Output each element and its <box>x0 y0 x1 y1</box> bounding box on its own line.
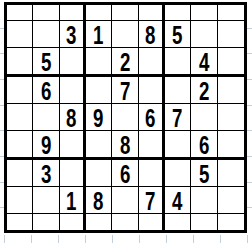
cell-r5c8[interactable] <box>191 104 217 131</box>
spreadsheet-gridline <box>247 156 252 157</box>
cell-r4c9[interactable] <box>218 77 244 104</box>
spreadsheet-gridline <box>247 79 252 80</box>
cell-r8c9[interactable] <box>218 187 244 214</box>
sudoku-screenshot: 318552467289679863651874 <box>0 0 252 243</box>
given-digit: 8 <box>120 132 130 158</box>
spreadsheet-gridline <box>247 105 252 106</box>
cell-r3c9[interactable] <box>218 48 244 77</box>
given-digit: 9 <box>93 105 103 131</box>
cell-r1c8[interactable] <box>191 5 217 21</box>
spreadsheet-gridline <box>247 28 252 29</box>
cell-r8c3[interactable]: 1 <box>60 187 86 214</box>
cell-r2c5[interactable] <box>112 21 138 48</box>
cell-r8c5[interactable] <box>112 187 138 214</box>
cell-r3c2[interactable]: 5 <box>33 48 59 77</box>
given-digit: 6 <box>145 105 155 131</box>
cell-r7c1[interactable] <box>7 160 33 187</box>
spreadsheet-gridline <box>193 235 194 243</box>
spreadsheet-gridline <box>0 53 4 54</box>
given-digit: 1 <box>66 188 76 214</box>
cell-r5c1[interactable] <box>7 104 33 131</box>
spreadsheet-gridline <box>4 235 5 243</box>
cell-r1c1[interactable] <box>7 5 33 21</box>
spreadsheet-gridline <box>247 207 252 208</box>
spreadsheet-gridline <box>0 105 4 106</box>
cell-r6c7[interactable] <box>165 131 191 160</box>
cell-r2c4[interactable]: 1 <box>86 21 112 48</box>
cell-r6c8[interactable]: 6 <box>191 131 217 160</box>
cell-r1c9[interactable] <box>218 5 244 21</box>
cell-r3c3[interactable] <box>60 48 86 77</box>
spreadsheet-gridline <box>247 53 252 54</box>
cell-r9c9[interactable] <box>218 214 244 230</box>
cell-r7c4[interactable] <box>86 160 112 187</box>
cell-r5c6[interactable]: 6 <box>139 104 165 131</box>
given-digit: 8 <box>145 22 155 48</box>
given-digit: 2 <box>199 78 209 104</box>
cell-r3c6[interactable] <box>139 48 165 77</box>
cell-r6c1[interactable] <box>7 131 33 160</box>
cell-r2c9[interactable] <box>218 21 244 48</box>
cell-r9c5[interactable] <box>112 214 138 230</box>
cell-r8c4[interactable]: 8 <box>86 187 112 214</box>
cell-r7c7[interactable] <box>165 160 191 187</box>
cell-r4c5[interactable]: 7 <box>112 77 138 104</box>
given-digit: 1 <box>93 22 103 48</box>
cell-r9c6[interactable] <box>139 214 165 230</box>
spreadsheet-gridline <box>247 235 248 243</box>
spreadsheet-gridline <box>0 28 4 29</box>
cell-r1c5[interactable] <box>112 5 138 21</box>
spreadsheet-gridline <box>112 235 113 243</box>
given-digit: 3 <box>41 161 51 187</box>
cell-r2c2[interactable] <box>33 21 59 48</box>
spreadsheet-gridline <box>0 182 4 183</box>
cell-r8c1[interactable] <box>7 187 33 214</box>
cell-r4c4[interactable] <box>86 77 112 104</box>
spreadsheet-gridline <box>247 182 252 183</box>
cell-r5c5[interactable] <box>112 104 138 131</box>
cell-r2c6[interactable]: 8 <box>139 21 165 48</box>
cell-r6c4[interactable] <box>86 131 112 160</box>
spreadsheet-gridline <box>85 235 86 243</box>
cell-r2c7[interactable]: 5 <box>165 21 191 48</box>
cell-r9c4[interactable] <box>86 214 112 230</box>
cell-r9c1[interactable] <box>7 214 33 230</box>
given-digit: 4 <box>172 188 182 214</box>
spreadsheet-gridline <box>166 235 167 243</box>
cell-r4c6[interactable] <box>139 77 165 104</box>
given-digit: 6 <box>199 132 209 158</box>
spreadsheet-gridline <box>247 130 252 131</box>
cell-r6c2[interactable]: 9 <box>33 131 59 160</box>
cell-r6c5[interactable]: 8 <box>112 131 138 160</box>
cell-r5c9[interactable] <box>218 104 244 131</box>
cell-r7c9[interactable] <box>218 160 244 187</box>
cell-r5c7[interactable]: 7 <box>165 104 191 131</box>
cell-r5c4[interactable]: 9 <box>86 104 112 131</box>
cell-r4c3[interactable] <box>60 77 86 104</box>
cell-r7c6[interactable] <box>139 160 165 187</box>
cell-r2c8[interactable] <box>191 21 217 48</box>
cell-r6c3[interactable] <box>60 131 86 160</box>
cell-r6c6[interactable] <box>139 131 165 160</box>
cell-r9c3[interactable] <box>60 214 86 230</box>
cell-r7c8[interactable]: 5 <box>191 160 217 187</box>
given-digit: 5 <box>199 161 209 187</box>
given-digit: 2 <box>120 49 130 75</box>
spreadsheet-gridline <box>0 130 4 131</box>
cell-r3c8[interactable]: 4 <box>191 48 217 77</box>
cell-r2c3[interactable]: 3 <box>60 21 86 48</box>
cell-r4c7[interactable] <box>165 77 191 104</box>
cell-r3c5[interactable]: 2 <box>112 48 138 77</box>
cell-r3c1[interactable] <box>7 48 33 77</box>
spreadsheet-gridline <box>220 235 221 243</box>
cell-r7c3[interactable] <box>60 160 86 187</box>
given-digit: 3 <box>66 22 76 48</box>
cell-r6c9[interactable] <box>218 131 244 160</box>
given-digit: 5 <box>172 22 182 48</box>
cell-r8c2[interactable] <box>33 187 59 214</box>
given-digit: 7 <box>145 188 155 214</box>
sudoku-board: 318552467289679863651874 <box>4 2 247 233</box>
given-digit: 7 <box>172 105 182 131</box>
cell-r8c8[interactable] <box>191 187 217 214</box>
spreadsheet-gridline <box>0 207 4 208</box>
spreadsheet-gridline <box>0 79 4 80</box>
cell-r5c3[interactable]: 8 <box>60 104 86 131</box>
cell-r3c7[interactable] <box>165 48 191 77</box>
cell-r4c8[interactable]: 2 <box>191 77 217 104</box>
cell-r1c2[interactable] <box>33 5 59 21</box>
cell-r3c4[interactable] <box>86 48 112 77</box>
cell-r5c2[interactable] <box>33 104 59 131</box>
cell-r9c8[interactable] <box>191 214 217 230</box>
spreadsheet-gridline <box>31 235 32 243</box>
cell-r9c7[interactable] <box>165 214 191 230</box>
given-digit: 6 <box>120 161 130 187</box>
cell-r9c2[interactable] <box>33 214 59 230</box>
given-digit: 4 <box>199 49 209 75</box>
cell-r8c6[interactable]: 7 <box>139 187 165 214</box>
spreadsheet-gridline <box>0 156 4 157</box>
cell-r7c5[interactable]: 6 <box>112 160 138 187</box>
spreadsheet-gridline <box>139 235 140 243</box>
given-digit: 8 <box>66 105 76 131</box>
cell-r7c2[interactable]: 3 <box>33 160 59 187</box>
spreadsheet-gridline <box>58 235 59 243</box>
given-digit: 8 <box>93 188 103 214</box>
given-digit: 7 <box>120 78 130 104</box>
given-digit: 6 <box>41 78 51 104</box>
cell-r4c1[interactable] <box>7 77 33 104</box>
cell-r2c1[interactable] <box>7 21 33 48</box>
cell-r8c7[interactable]: 4 <box>165 187 191 214</box>
given-digit: 5 <box>41 49 51 75</box>
cell-r4c2[interactable]: 6 <box>33 77 59 104</box>
given-digit: 9 <box>41 132 51 158</box>
